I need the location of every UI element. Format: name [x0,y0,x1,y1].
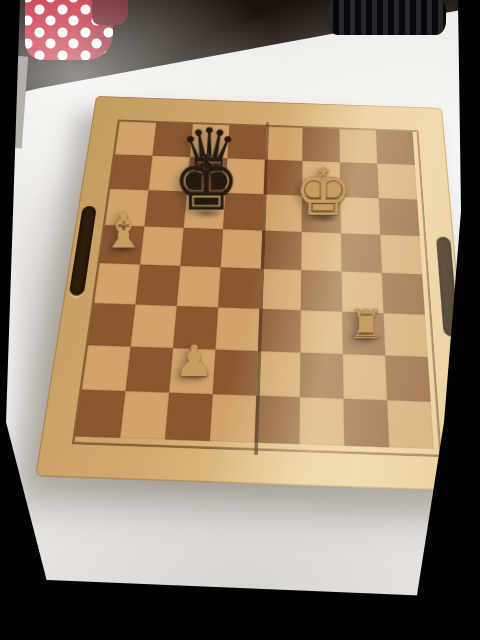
square-h5[interactable] [380,235,422,275]
square-f2[interactable] [300,353,344,399]
square-f1[interactable] [299,397,344,446]
chess-board: ♛♚♚♝♜♟ [35,96,476,492]
square-f5[interactable] [301,232,341,272]
square-d4[interactable] [218,267,261,309]
square-a3[interactable] [88,303,135,347]
square-a4[interactable] [94,263,140,304]
square-g2[interactable] [343,354,387,400]
square-d5[interactable] [221,229,263,269]
white-bishop[interactable]: ♝ [56,208,190,253]
square-h1[interactable] [387,400,434,449]
square-h8[interactable] [376,130,415,164]
photo-background: ♛♚♚♝♜♟ [0,0,480,640]
square-h2[interactable] [385,356,430,402]
white-rook[interactable]: ♜ [296,307,436,344]
ribbed-tube-object [328,0,446,35]
square-d1[interactable] [210,394,257,443]
square-c1[interactable] [165,393,213,442]
square-f4[interactable] [301,270,342,312]
square-c4[interactable] [177,266,221,307]
square-g5[interactable] [341,233,382,273]
square-b4[interactable] [135,264,180,305]
polka-dot-object-cap [92,0,128,25]
square-e5[interactable] [261,231,302,271]
white-king[interactable]: ♚ [258,163,388,223]
square-b1[interactable] [120,391,169,439]
white-pawn[interactable]: ♟ [122,341,267,381]
square-g1[interactable] [344,399,390,448]
square-e4[interactable] [259,269,301,311]
square-e1[interactable] [255,396,300,445]
square-a1[interactable] [75,390,125,438]
